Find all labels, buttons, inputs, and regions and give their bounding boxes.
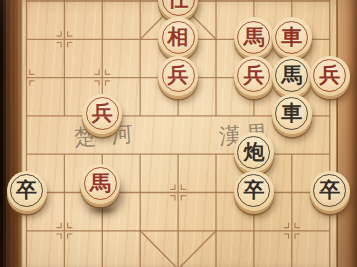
xiangqi-board[interactable]: 楚河 漢界 仕相馬車兵兵馬兵兵車炮卒馬卒卒: [0, 0, 357, 267]
horse-glyph: 馬: [234, 17, 274, 57]
soldier-glyph: 兵: [234, 56, 274, 96]
piece-black-soldier-a6[interactable]: 卒: [7, 171, 47, 211]
soldier-glyph: 兵: [158, 56, 198, 96]
cannon-glyph: 炮: [234, 132, 274, 172]
soldier-glyph: 卒: [310, 171, 350, 211]
piece-red-advisor-e1[interactable]: 仕: [158, 0, 198, 19]
piece-red-chariot-h2[interactable]: 車: [272, 17, 312, 57]
horse-glyph: 馬: [272, 56, 312, 96]
piece-black-cannon-g5[interactable]: 炮: [234, 132, 274, 172]
piece-red-soldier-g3[interactable]: 兵: [234, 56, 274, 96]
chariot-glyph: 車: [272, 94, 312, 134]
piece-black-soldier-i6[interactable]: 卒: [310, 171, 350, 211]
selected-piece-ground-shadow: [85, 204, 121, 216]
advisor-glyph: 仕: [158, 0, 198, 19]
horse-glyph: 馬: [80, 164, 120, 204]
piece-red-elephant-e2[interactable]: 相: [158, 17, 198, 57]
piece-red-horse-g2[interactable]: 馬: [234, 17, 274, 57]
piece-black-horse-h3[interactable]: 馬: [272, 56, 312, 96]
chariot-glyph: 車: [272, 17, 312, 57]
elephant-glyph: 相: [158, 17, 198, 57]
pieces-layer: 仕相馬車兵兵馬兵兵車炮卒馬卒卒: [0, 0, 357, 267]
piece-red-horse-c6[interactable]: 馬: [80, 164, 120, 204]
piece-black-chariot-h4[interactable]: 車: [272, 94, 312, 134]
piece-red-soldier-i3[interactable]: 兵: [310, 56, 350, 96]
soldier-glyph: 兵: [310, 56, 350, 96]
piece-red-soldier-c4[interactable]: 兵: [82, 94, 122, 134]
piece-black-soldier-g6[interactable]: 卒: [234, 171, 274, 211]
soldier-glyph: 兵: [82, 94, 122, 134]
piece-red-soldier-e3[interactable]: 兵: [158, 56, 198, 96]
soldier-glyph: 卒: [234, 171, 274, 211]
soldier-glyph: 卒: [7, 171, 47, 211]
